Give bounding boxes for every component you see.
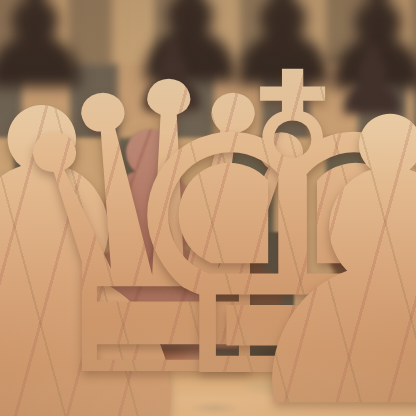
- board-frame: [0, 370, 416, 416]
- front-dark-square-1: [0, 332, 98, 374]
- board-rank-7: [0, 64, 416, 142]
- marble-chess-photo: ♟ ♟ ♟ ♟ ♟ ♟ ♟ ♟ ♟ ♟ ♛ ♚ ♟: [0, 0, 416, 416]
- board-front-rank: [0, 332, 416, 374]
- board-piece-rank: [0, 232, 416, 336]
- front-light-square: [318, 332, 416, 374]
- front-dark-square-2: [208, 332, 318, 374]
- front-coral-square: [98, 332, 208, 374]
- board-rank-6: [0, 138, 416, 238]
- board-far-rank: [0, 0, 416, 70]
